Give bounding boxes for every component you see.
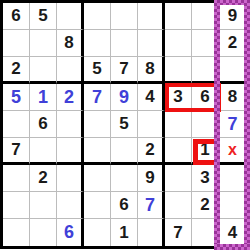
cell-r6c5[interactable] [111, 138, 138, 165]
cell-r7c6[interactable]: 9 [138, 165, 165, 192]
cell-r4c3[interactable]: 2 [57, 84, 84, 111]
cell-r8c4[interactable] [84, 192, 111, 219]
cell-r7c3[interactable] [57, 165, 84, 192]
cell-r7c2[interactable]: 2 [30, 165, 57, 192]
cell-r8c8[interactable]: 2 [192, 192, 219, 219]
cell-r4c2[interactable]: 1 [30, 84, 57, 111]
cell-r7c7[interactable] [165, 165, 192, 192]
cell-r9c3[interactable]: 6 [57, 219, 84, 246]
cell-r5c5[interactable]: 5 [111, 111, 138, 138]
cell-r2c2[interactable] [30, 30, 57, 57]
cell-r7c1[interactable] [3, 165, 30, 192]
cell-r5c9[interactable]: 7 [219, 111, 246, 138]
cell-r5c8[interactable] [192, 111, 219, 138]
cell-r6c2[interactable] [30, 138, 57, 165]
cell-r6c4[interactable] [84, 138, 111, 165]
cell-r9c2[interactable] [30, 219, 57, 246]
cell-r4c7[interactable]: 3 [165, 84, 192, 111]
cell-r2c6[interactable] [138, 30, 165, 57]
cell-r2c4[interactable] [84, 30, 111, 57]
cell-r1c9[interactable]: 9 [219, 3, 246, 30]
cell-r7c5[interactable] [111, 165, 138, 192]
cell-r1c1[interactable]: 6 [3, 3, 30, 30]
cell-r2c3[interactable]: 8 [57, 30, 84, 57]
cell-r9c5[interactable]: 1 [111, 219, 138, 246]
cell-r1c2[interactable]: 5 [30, 3, 57, 30]
cell-r3c9[interactable] [219, 57, 246, 84]
cell-r9c8[interactable] [192, 219, 219, 246]
cell-r8c5[interactable]: 6 [111, 192, 138, 219]
cell-r1c4[interactable] [84, 3, 111, 30]
cell-r9c9[interactable]: 4 [219, 219, 246, 246]
cell-r6c9[interactable]: x [219, 138, 246, 165]
cell-r1c8[interactable] [192, 3, 219, 30]
cell-r3c7[interactable] [165, 57, 192, 84]
cell-r4c5[interactable]: 9 [111, 84, 138, 111]
sudoku-app: 659822578512794368657721x2936726174 [0, 0, 250, 250]
cell-r6c7[interactable] [165, 138, 192, 165]
cell-r8c7[interactable] [165, 192, 192, 219]
cell-r9c6[interactable] [138, 219, 165, 246]
cell-r3c1[interactable]: 2 [3, 57, 30, 84]
sudoku-board: 659822578512794368657721x2936726174 [0, 0, 249, 249]
cell-r8c6[interactable]: 7 [138, 192, 165, 219]
cell-r5c6[interactable] [138, 111, 165, 138]
cell-r6c3[interactable] [57, 138, 84, 165]
cell-r4c6[interactable]: 4 [138, 84, 165, 111]
cell-r4c4[interactable]: 7 [84, 84, 111, 111]
cell-r2c5[interactable] [111, 30, 138, 57]
cell-r5c2[interactable]: 6 [30, 111, 57, 138]
cell-r6c6[interactable]: 2 [138, 138, 165, 165]
cell-r7c9[interactable] [219, 165, 246, 192]
cell-r3c5[interactable]: 7 [111, 57, 138, 84]
cell-r2c1[interactable] [3, 30, 30, 57]
cell-r6c1[interactable]: 7 [3, 138, 30, 165]
cell-r7c8[interactable]: 3 [192, 165, 219, 192]
cell-r1c6[interactable] [138, 3, 165, 30]
cell-r5c4[interactable] [84, 111, 111, 138]
cell-r5c7[interactable] [165, 111, 192, 138]
cell-r2c9[interactable]: 2 [219, 30, 246, 57]
cell-r9c7[interactable]: 7 [165, 219, 192, 246]
cell-r8c9[interactable] [219, 192, 246, 219]
cell-r5c3[interactable] [57, 111, 84, 138]
cell-r1c7[interactable] [165, 3, 192, 30]
cell-r8c2[interactable] [30, 192, 57, 219]
cell-r7c4[interactable] [84, 165, 111, 192]
cell-r5c1[interactable] [3, 111, 30, 138]
cell-r4c8[interactable]: 6 [192, 84, 219, 111]
cell-r8c1[interactable] [3, 192, 30, 219]
cell-r4c1[interactable]: 5 [3, 84, 30, 111]
cell-r1c5[interactable] [111, 3, 138, 30]
cell-r1c3[interactable] [57, 3, 84, 30]
cell-r2c7[interactable] [165, 30, 192, 57]
cell-r3c3[interactable] [57, 57, 84, 84]
cell-r3c2[interactable] [30, 57, 57, 84]
cell-r8c3[interactable] [57, 192, 84, 219]
cell-r9c1[interactable] [3, 219, 30, 246]
cell-r3c8[interactable] [192, 57, 219, 84]
cell-r2c8[interactable] [192, 30, 219, 57]
cell-r9c4[interactable] [84, 219, 111, 246]
cell-r4c9[interactable]: 8 [219, 84, 246, 111]
cell-r6c8[interactable]: 1 [192, 138, 219, 165]
cell-r3c6[interactable]: 8 [138, 57, 165, 84]
cell-r3c4[interactable]: 5 [84, 57, 111, 84]
